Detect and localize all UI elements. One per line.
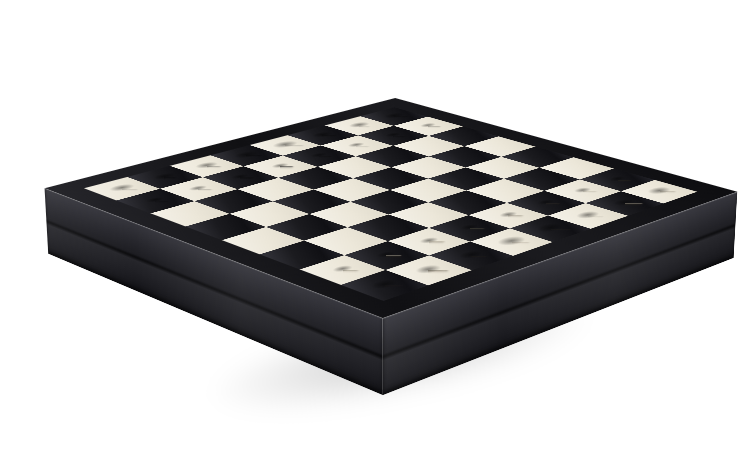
black-pawn-glyph: ♟: [178, 150, 218, 195]
chess-set-photo: ♜♞♝♛♚♝♞♜♟♟♟♟♟♟♟♟♟♟♟♟♟♟♟♟♜♞♝♛♚♝♞♜: [0, 0, 750, 451]
chess-box: ♜♞♝♛♚♝♞♜♟♟♟♟♟♟♟♟♟♟♟♟♟♟♟♟♜♞♝♛♚♝♞♜: [45, 98, 738, 318]
black-pawn-glyph: ♟: [338, 110, 376, 152]
white-rook-glyph: ♜: [356, 231, 413, 294]
